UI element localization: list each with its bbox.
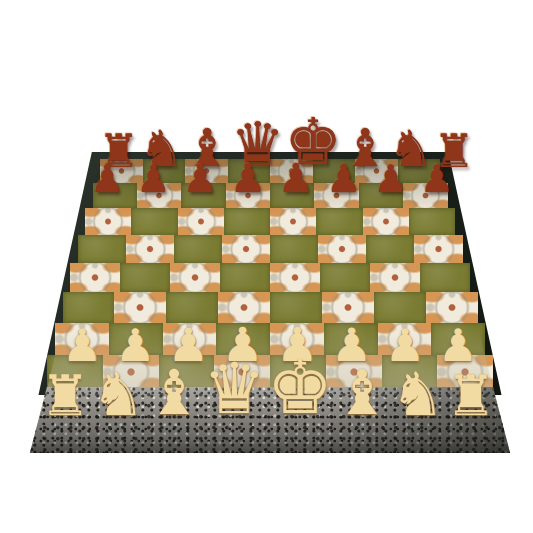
black-pawn-f7[interactable]: ♟ xyxy=(326,159,361,198)
square-a6[interactable] xyxy=(85,208,131,235)
square-c5[interactable] xyxy=(174,235,222,263)
white-rook-a1[interactable]: ♜ xyxy=(40,368,90,424)
square-h6[interactable] xyxy=(409,208,455,235)
white-rook-h1[interactable]: ♜ xyxy=(446,368,496,424)
rank-5 xyxy=(78,235,463,263)
square-g6[interactable] xyxy=(363,208,409,235)
white-knight-g1[interactable]: ♞ xyxy=(391,364,445,424)
white-king-e1[interactable]: ♚ xyxy=(267,350,333,424)
chess-set-photo: ♜ ♞ ♝ ♛ ♚ ♝ ♞ ♜ ♟ ♟ ♟ ♟ ♟ ♟ ♟ ♟ ♟ ♟ ♟ ♟ … xyxy=(0,0,533,533)
white-bishop-c1[interactable]: ♝ xyxy=(146,362,202,424)
square-d5[interactable] xyxy=(222,235,270,263)
black-pawn-c7[interactable]: ♟ xyxy=(183,159,218,198)
white-bishop-f1[interactable]: ♝ xyxy=(334,362,390,424)
square-b6[interactable] xyxy=(131,208,177,235)
square-b5[interactable] xyxy=(126,235,174,263)
white-back-rank: ♜ ♞ ♝ ♛ ♚ ♝ ♞ ♜ xyxy=(40,286,496,424)
square-e6[interactable] xyxy=(270,208,316,235)
square-g5[interactable] xyxy=(366,235,414,263)
white-queen-d1[interactable]: ♛ xyxy=(203,354,266,424)
black-pawn-g7[interactable]: ♟ xyxy=(374,160,408,198)
square-f5[interactable] xyxy=(318,235,366,263)
black-pawn-d7[interactable]: ♟ xyxy=(230,158,266,198)
black-pawn-b7[interactable]: ♟ xyxy=(136,160,170,198)
rank-6 xyxy=(85,208,455,235)
black-pawn-e7[interactable]: ♟ xyxy=(278,158,314,198)
square-e5[interactable] xyxy=(270,235,318,263)
square-f6[interactable] xyxy=(316,208,362,235)
square-d6[interactable] xyxy=(224,208,270,235)
square-c6[interactable] xyxy=(178,208,224,235)
black-pawn-a7[interactable]: ♟ xyxy=(90,160,124,198)
white-knight-b1[interactable]: ♞ xyxy=(91,364,145,424)
black-pawn-rank: ♟ ♟ ♟ ♟ ♟ ♟ ♟ ♟ xyxy=(90,112,454,198)
square-a5[interactable] xyxy=(78,235,126,263)
square-h5[interactable] xyxy=(414,235,462,263)
black-pawn-h7[interactable]: ♟ xyxy=(420,160,454,198)
